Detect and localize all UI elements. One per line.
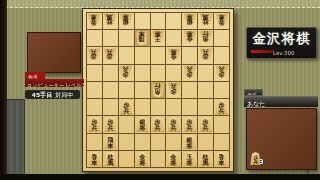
gote-player-name: あなた xyxy=(247,101,265,107)
board-cell[interactable] xyxy=(135,134,151,151)
board-cell[interactable] xyxy=(182,82,198,99)
shogi-piece-桂馬[interactable]: 桂馬 xyxy=(199,151,212,166)
board-cell[interactable]: 歩兵 xyxy=(214,99,230,116)
shogi-piece-歩兵[interactable]: 歩兵 xyxy=(120,100,133,115)
board-cell[interactable]: 王将 xyxy=(151,30,167,47)
board-cell[interactable] xyxy=(198,99,214,116)
shogi-piece-角行[interactable]: 角行 xyxy=(151,82,164,97)
board-cell[interactable] xyxy=(166,13,182,30)
board-cell[interactable]: 香車 xyxy=(87,13,103,30)
board-cell[interactable]: 香車 xyxy=(87,151,103,168)
shogi-piece-歩兵[interactable]: 歩兵 xyxy=(120,65,133,80)
shogi-piece-金将[interactable]: 金将 xyxy=(167,151,180,166)
board-cell[interactable]: 歩兵 xyxy=(87,47,103,64)
board-cell[interactable] xyxy=(151,99,167,116)
board-cell[interactable] xyxy=(119,134,135,151)
board-cell[interactable] xyxy=(103,30,119,47)
board-cell[interactable] xyxy=(214,30,230,47)
board-cell[interactable] xyxy=(87,30,103,47)
shogi-piece-香車[interactable]: 香車 xyxy=(215,151,228,166)
room-edge-left xyxy=(0,0,7,180)
shogi-piece-金将[interactable]: 金将 xyxy=(167,48,180,63)
board-cell[interactable] xyxy=(198,82,214,99)
gote-side-tab: 後手 xyxy=(244,89,263,96)
board-cell[interactable] xyxy=(151,13,167,30)
board-cell[interactable]: 歩兵 xyxy=(198,116,214,133)
board-cell[interactable]: 歩兵 xyxy=(103,47,119,64)
board-cell[interactable]: 銀将 xyxy=(182,134,198,151)
game-state: 対局中 xyxy=(55,91,73,98)
shogi-piece-歩兵[interactable]: 歩兵 xyxy=(167,82,180,97)
board-cell[interactable] xyxy=(214,116,230,133)
board-cell[interactable] xyxy=(135,82,151,99)
shogi-piece-銀将[interactable]: 銀将 xyxy=(120,14,133,29)
shogi-piece-歩兵[interactable]: 歩兵 xyxy=(88,48,101,63)
board-cell[interactable] xyxy=(87,82,103,99)
board-cell[interactable]: 歩兵 xyxy=(103,116,119,133)
board-cell[interactable] xyxy=(135,65,151,82)
shogi-piece-歩兵[interactable]: 歩兵 xyxy=(167,117,180,132)
board-cell[interactable]: 歩兵 xyxy=(166,82,182,99)
board-cell[interactable]: 桂馬 xyxy=(103,151,119,168)
board-cell[interactable]: 桂馬 xyxy=(198,151,214,168)
board-cell[interactable] xyxy=(119,82,135,99)
board-cell[interactable]: 銀将 xyxy=(182,13,198,30)
board-cell[interactable]: 香車 xyxy=(214,151,230,168)
shogi-piece-歩兵[interactable]: 歩兵 xyxy=(199,117,212,132)
board-cell[interactable]: 銀将 xyxy=(135,116,151,133)
board-cell[interactable]: 金将 xyxy=(166,151,182,168)
shogi-piece-歩兵[interactable]: 歩兵 xyxy=(104,117,117,132)
board-cell[interactable] xyxy=(87,99,103,116)
board-cell[interactable] xyxy=(198,134,214,151)
board-cell[interactable] xyxy=(119,30,135,47)
sente-name-bar: コンピューター レベル30 xyxy=(25,79,84,87)
shogi-piece-歩兵[interactable]: 歩兵 xyxy=(199,48,212,63)
shogi-board: 香車桂馬銀将銀将桂馬香車飛車王将金将角行歩兵歩兵金将歩兵歩兵歩兵歩兵角行歩兵歩兵… xyxy=(82,8,234,172)
tatami-seam-top xyxy=(0,0,320,8)
board-cell[interactable] xyxy=(135,47,151,64)
shogi-piece-歩兵[interactable]: 歩兵 xyxy=(151,117,164,132)
sente-side-tab: 先手 xyxy=(25,72,45,79)
board-cell[interactable] xyxy=(214,134,230,151)
board-cell[interactable] xyxy=(119,47,135,64)
shogi-piece-歩兵[interactable]: 歩兵 xyxy=(215,65,228,80)
board-cell[interactable] xyxy=(151,65,167,82)
shogi-piece-歩兵[interactable]: 歩兵 xyxy=(104,48,117,63)
board-grid: 香車桂馬銀将銀将桂馬香車飛車王将金将角行歩兵歩兵金将歩兵歩兵歩兵歩兵角行歩兵歩兵… xyxy=(86,12,230,168)
board-cell[interactable] xyxy=(119,116,135,133)
board-cell[interactable] xyxy=(151,151,167,168)
board-cell[interactable]: 香車 xyxy=(214,13,230,30)
screen-bottom-edge xyxy=(0,174,320,180)
shogi-piece-歩兵[interactable]: 歩兵 xyxy=(215,100,228,115)
shogi-piece-桂馬[interactable]: 桂馬 xyxy=(104,151,117,166)
shogi-piece-歩兵[interactable]: 歩兵 xyxy=(183,117,196,132)
board-cell[interactable]: 飛車 xyxy=(135,30,151,47)
board-cell[interactable]: 金将 xyxy=(135,151,151,168)
board-cell[interactable]: 角行 xyxy=(151,82,167,99)
shogi-piece-王将[interactable]: 王将 xyxy=(151,31,164,46)
shogi-piece-香車[interactable]: 香車 xyxy=(88,14,101,29)
board-cell[interactable]: 歩兵 xyxy=(119,65,135,82)
board-cell[interactable]: 桂馬 xyxy=(198,13,214,30)
gote-name-bar: あなた xyxy=(244,96,318,107)
board-cell[interactable] xyxy=(182,99,198,116)
board-cell[interactable] xyxy=(103,65,119,82)
shogi-piece-玉将[interactable]: 玉将 xyxy=(183,151,196,166)
shogi-piece-飛車[interactable]: 飛車 xyxy=(136,31,149,46)
board-cell[interactable] xyxy=(135,13,151,30)
shogi-piece-香車[interactable]: 香車 xyxy=(215,14,228,29)
board-cell[interactable]: 角行 xyxy=(198,30,214,47)
shogi-piece-桂馬[interactable]: 桂馬 xyxy=(199,14,212,29)
board-cell[interactable] xyxy=(182,47,198,64)
board-cell[interactable]: 歩兵 xyxy=(151,116,167,133)
board-cell[interactable]: 歩兵 xyxy=(182,65,198,82)
shogi-piece-飛車[interactable]: 飛車 xyxy=(104,134,117,149)
board-cell[interactable]: 金将 xyxy=(166,47,182,64)
board-cell[interactable] xyxy=(214,47,230,64)
shogi-piece-香車[interactable]: 香車 xyxy=(88,151,101,166)
shogi-piece-歩兵[interactable]: 歩兵 xyxy=(183,65,196,80)
app-logo: 金沢将棋 Lev.300 xyxy=(246,27,317,59)
shogi-piece-金将[interactable]: 金将 xyxy=(183,31,196,46)
captured-pieces-tray: 歩兵3 xyxy=(250,152,266,165)
shogi-piece-桂馬[interactable]: 桂馬 xyxy=(104,14,117,29)
board-cell[interactable]: 金将 xyxy=(182,30,198,47)
board-cell[interactable] xyxy=(103,99,119,116)
board-cell[interactable] xyxy=(166,99,182,116)
board-cell[interactable]: 歩兵 xyxy=(198,47,214,64)
board-cell[interactable]: 歩兵 xyxy=(166,116,182,133)
shogi-piece-角行[interactable]: 角行 xyxy=(199,31,212,46)
status-bar: 45手目対局中 xyxy=(25,90,80,99)
board-cell[interactable] xyxy=(87,65,103,82)
komadai-sente[interactable] xyxy=(27,32,81,73)
board-cell[interactable]: 銀将 xyxy=(119,13,135,30)
shogi-piece-銀将[interactable]: 銀将 xyxy=(136,117,149,132)
board-cell[interactable] xyxy=(103,82,119,99)
shogi-piece-銀将[interactable]: 銀将 xyxy=(183,14,196,29)
board-cell[interactable] xyxy=(166,30,182,47)
logo-red-stripe xyxy=(251,50,273,53)
shogi-app-screen: 香車桂馬銀将銀将桂馬香車飛車王将金将角行歩兵歩兵金将歩兵歩兵歩兵歩兵角行歩兵歩兵… xyxy=(0,0,320,180)
move-number: 45手目 xyxy=(32,91,52,98)
board-cell[interactable]: 飛車 xyxy=(103,134,119,151)
board-cell[interactable] xyxy=(214,82,230,99)
board-cell[interactable]: 歩兵 xyxy=(87,116,103,133)
board-cell[interactable] xyxy=(151,134,167,151)
shogi-piece-銀将[interactable]: 銀将 xyxy=(183,134,196,149)
shogi-piece-歩兵[interactable]: 歩兵 xyxy=(88,117,101,132)
board-cell[interactable]: 桂馬 xyxy=(103,13,119,30)
board-cell[interactable] xyxy=(87,134,103,151)
board-cell[interactable] xyxy=(119,151,135,168)
board-cell[interactable] xyxy=(151,47,167,64)
shogi-piece-金将[interactable]: 金将 xyxy=(136,151,149,166)
board-cell[interactable] xyxy=(166,134,182,151)
board-cell[interactable]: 歩兵 xyxy=(214,65,230,82)
komadai-gote[interactable]: 歩兵3 xyxy=(246,108,317,170)
board-cell[interactable] xyxy=(135,99,151,116)
logo-level-badge: Lev.300 xyxy=(273,50,294,56)
board-cell[interactable] xyxy=(198,65,214,82)
board-cell[interactable] xyxy=(166,65,182,82)
captured-piece-count: 3 xyxy=(259,157,264,165)
floor-pillar-left xyxy=(7,99,25,180)
sente-player-name: コンピューター レベル30 xyxy=(27,83,84,87)
board-cell[interactable]: 玉将 xyxy=(182,151,198,168)
board-cell[interactable]: 歩兵 xyxy=(182,116,198,133)
board-cell[interactable]: 歩兵 xyxy=(119,99,135,116)
